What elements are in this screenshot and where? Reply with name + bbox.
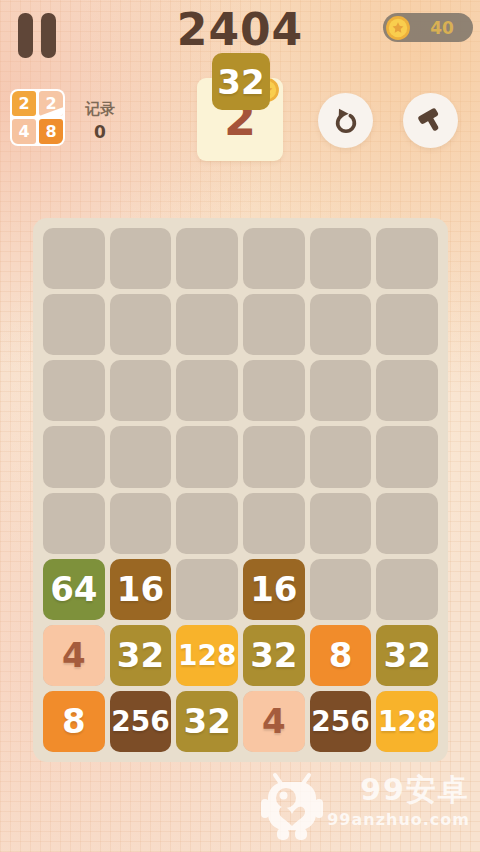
tile-128: 128 xyxy=(376,691,438,752)
board-cell[interactable] xyxy=(376,294,438,355)
board-cell[interactable]: 8 xyxy=(310,625,372,686)
board-cell[interactable] xyxy=(310,228,372,289)
board-cell[interactable]: 16 xyxy=(110,559,172,620)
board-cell[interactable]: 32 xyxy=(176,691,238,752)
tile-256: 256 xyxy=(110,691,172,752)
board-cell[interactable] xyxy=(376,493,438,554)
logo-cell: 4 xyxy=(12,119,36,144)
tile-32: 32 xyxy=(376,625,438,686)
tile-32: 32 xyxy=(110,625,172,686)
tile-4: 4 xyxy=(43,625,105,686)
board-cell[interactable] xyxy=(176,228,238,289)
record-block: 记录 0 xyxy=(70,100,130,142)
logo-cell: 2 xyxy=(12,91,36,116)
board-cell[interactable] xyxy=(176,426,238,487)
board-cell[interactable] xyxy=(110,493,172,554)
coin-icon xyxy=(385,15,411,41)
board-cell[interactable] xyxy=(110,426,172,487)
board-cell[interactable] xyxy=(243,228,305,289)
board-cell[interactable] xyxy=(243,294,305,355)
board-cell[interactable]: 4 xyxy=(43,625,105,686)
tile-128: 128 xyxy=(176,625,238,686)
watermark-text: 99安卓 99anzhuo.com xyxy=(327,772,470,829)
board-cell[interactable]: 128 xyxy=(176,625,238,686)
tile-8: 8 xyxy=(43,691,105,752)
logo-cell: 8 xyxy=(39,119,63,144)
game-logo: 2 2 4 8 xyxy=(10,89,65,146)
board-cell[interactable] xyxy=(43,493,105,554)
board-cell[interactable]: 4 xyxy=(243,691,305,752)
tile-64: 64 xyxy=(43,559,105,620)
board-cell[interactable] xyxy=(110,360,172,421)
board-cell[interactable] xyxy=(176,493,238,554)
record-value: 0 xyxy=(70,122,130,142)
board-cell[interactable] xyxy=(376,360,438,421)
board-cell[interactable] xyxy=(43,294,105,355)
tile-32: 32 xyxy=(176,691,238,752)
board-cell[interactable] xyxy=(43,360,105,421)
board-cell[interactable] xyxy=(310,426,372,487)
tile-8: 8 xyxy=(310,625,372,686)
board-cell[interactable] xyxy=(43,228,105,289)
board-cell[interactable] xyxy=(243,426,305,487)
rotate-arrow-icon xyxy=(330,105,362,137)
board-cell[interactable] xyxy=(310,294,372,355)
coin-balance-pill[interactable]: 40 xyxy=(383,13,473,42)
board-cell[interactable] xyxy=(376,426,438,487)
watermark-title: 99安卓 xyxy=(360,772,470,808)
falling-tile: 32 xyxy=(212,53,270,110)
board-cell[interactable] xyxy=(110,294,172,355)
tile-16: 16 xyxy=(110,559,172,620)
logo-cell: 2 xyxy=(39,91,63,116)
board-cell[interactable] xyxy=(376,228,438,289)
tile-16: 16 xyxy=(243,559,305,620)
board-cell[interactable]: 256 xyxy=(310,691,372,752)
android-robot-icon xyxy=(261,772,323,842)
watermark-domain: 99anzhuo.com xyxy=(327,810,470,829)
hammer-icon xyxy=(415,105,447,137)
tile-32: 32 xyxy=(243,625,305,686)
record-label: 记录 xyxy=(70,100,130,119)
game-screen: 2404 40 2 2 4 8 记录 0 2 xyxy=(0,0,480,852)
coin-count: 40 xyxy=(411,18,473,38)
board-cell[interactable] xyxy=(43,426,105,487)
board-cell[interactable]: 32 xyxy=(110,625,172,686)
board-cell[interactable] xyxy=(376,559,438,620)
board-cell[interactable]: 8 xyxy=(43,691,105,752)
watermark: 99安卓 99anzhuo.com xyxy=(261,772,470,842)
board-cell[interactable]: 128 xyxy=(376,691,438,752)
board-cell[interactable] xyxy=(310,559,372,620)
undo-button[interactable] xyxy=(318,93,373,148)
game-board[interactable]: 641616432128328328256324256128 xyxy=(33,218,448,762)
board-cell[interactable] xyxy=(243,360,305,421)
tile-256: 256 xyxy=(310,691,372,752)
hammer-button[interactable] xyxy=(403,93,458,148)
board-cell[interactable]: 256 xyxy=(110,691,172,752)
board-cell[interactable] xyxy=(176,559,238,620)
board-cell[interactable] xyxy=(310,360,372,421)
board-cell[interactable] xyxy=(243,493,305,554)
board-cell[interactable] xyxy=(176,360,238,421)
board-cell[interactable]: 16 xyxy=(243,559,305,620)
board-cell[interactable] xyxy=(176,294,238,355)
board-cell[interactable]: 32 xyxy=(243,625,305,686)
board-cell[interactable] xyxy=(110,228,172,289)
board-cell[interactable] xyxy=(310,493,372,554)
tile-4: 4 xyxy=(243,691,305,752)
board-cell[interactable]: 64 xyxy=(43,559,105,620)
board-cell[interactable]: 32 xyxy=(376,625,438,686)
